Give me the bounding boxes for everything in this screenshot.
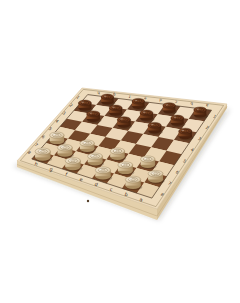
checker-piece-dark	[171, 115, 186, 127]
checker-piece-dark	[78, 100, 92, 112]
clasp-hook-dot	[87, 200, 89, 202]
checker-piece-light	[35, 148, 52, 162]
checker-piece-light	[148, 170, 165, 184]
checker-piece-light	[57, 144, 74, 158]
checker-piece-dark	[117, 117, 132, 129]
checker-piece-light	[118, 162, 134, 176]
checkers-board: hgfedcbahgfedcba1234567812345678	[0, 0, 240, 303]
checker-piece-dark	[179, 128, 194, 140]
checker-piece-light	[50, 132, 66, 145]
checker-piece-dark	[132, 98, 146, 110]
checker-piece-light	[110, 148, 126, 161]
checker-piece-dark	[194, 107, 208, 119]
checker-piece-light	[88, 153, 105, 167]
checker-piece-dark	[109, 105, 124, 117]
checker-piece-light	[80, 140, 96, 153]
checker-piece-dark	[163, 103, 177, 115]
checker-piece-light	[141, 156, 157, 169]
checker-piece-light	[65, 157, 82, 171]
checker-piece-dark	[101, 94, 115, 106]
checker-piece-dark	[140, 110, 155, 122]
checker-piece-dark	[148, 122, 163, 134]
checker-piece-light	[125, 176, 142, 190]
checker-piece-dark	[87, 111, 102, 123]
checker-piece-light	[95, 167, 112, 181]
checkers-board-product-photo: hgfedcbahgfedcba1234567812345678	[0, 0, 240, 303]
